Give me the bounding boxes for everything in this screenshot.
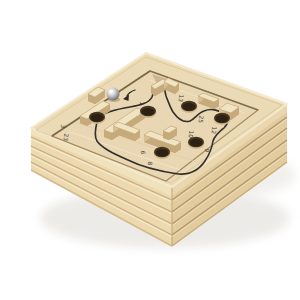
hole [188,137,205,149]
hole [89,112,106,124]
ball [107,88,120,101]
hole [154,147,171,159]
hole-number: 25 [197,115,204,123]
hole [140,106,157,118]
product-photo-wooden-labyrinth: Wooden labyrinth tilt-maze (marble maze … [0,0,300,300]
ball-highlight [109,90,113,93]
hole-number: 12 [210,126,217,134]
hole-number: 10 [187,130,194,138]
hole [181,101,198,113]
hole-number: 23 [62,133,69,141]
labyrinth-scene: Wooden labyrinth tilt-maze (marble maze … [0,0,300,300]
hole [214,113,231,125]
hole-number: 13 [177,94,184,102]
